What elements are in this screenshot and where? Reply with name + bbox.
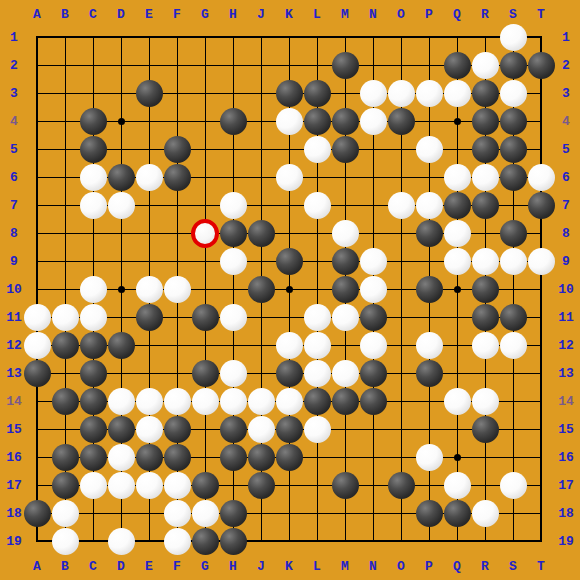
- intersection-B2[interactable]: [51, 51, 79, 79]
- intersection-G12[interactable]: [191, 331, 219, 359]
- intersection-R19[interactable]: [471, 527, 499, 555]
- intersection-F13[interactable]: [163, 359, 191, 387]
- intersection-K15[interactable]: [275, 415, 303, 443]
- intersection-D6[interactable]: [107, 163, 135, 191]
- intersection-T6[interactable]: [527, 163, 555, 191]
- intersection-S1[interactable]: [499, 23, 527, 51]
- intersection-C15[interactable]: [79, 415, 107, 443]
- intersection-F11[interactable]: [163, 303, 191, 331]
- intersection-G19[interactable]: [191, 527, 219, 555]
- intersection-S12[interactable]: [499, 331, 527, 359]
- intersection-F16[interactable]: [163, 443, 191, 471]
- intersection-B3[interactable]: [51, 79, 79, 107]
- intersection-O18[interactable]: [387, 499, 415, 527]
- intersection-M18[interactable]: [331, 499, 359, 527]
- intersection-J4[interactable]: [247, 107, 275, 135]
- intersection-C14[interactable]: [79, 387, 107, 415]
- intersection-F2[interactable]: [163, 51, 191, 79]
- intersection-E5[interactable]: [135, 135, 163, 163]
- intersection-E8[interactable]: [135, 219, 163, 247]
- intersection-E11[interactable]: [135, 303, 163, 331]
- intersection-S15[interactable]: [499, 415, 527, 443]
- intersection-O11[interactable]: [387, 303, 415, 331]
- intersection-D10[interactable]: [107, 275, 135, 303]
- intersection-Q8[interactable]: [443, 219, 471, 247]
- intersection-K11[interactable]: [275, 303, 303, 331]
- intersection-N15[interactable]: [359, 415, 387, 443]
- intersection-J12[interactable]: [247, 331, 275, 359]
- intersection-D9[interactable]: [107, 247, 135, 275]
- intersection-E7[interactable]: [135, 191, 163, 219]
- intersection-M12[interactable]: [331, 331, 359, 359]
- intersection-J16[interactable]: [247, 443, 275, 471]
- intersection-E16[interactable]: [135, 443, 163, 471]
- intersection-G8[interactable]: [191, 219, 219, 247]
- intersection-A19[interactable]: [23, 527, 51, 555]
- intersection-Q5[interactable]: [443, 135, 471, 163]
- intersection-S14[interactable]: [499, 387, 527, 415]
- intersection-P2[interactable]: [415, 51, 443, 79]
- intersection-L15[interactable]: [303, 415, 331, 443]
- intersection-J6[interactable]: [247, 163, 275, 191]
- intersection-O13[interactable]: [387, 359, 415, 387]
- intersection-L18[interactable]: [303, 499, 331, 527]
- intersection-L17[interactable]: [303, 471, 331, 499]
- intersection-J2[interactable]: [247, 51, 275, 79]
- intersection-B9[interactable]: [51, 247, 79, 275]
- intersection-M14[interactable]: [331, 387, 359, 415]
- intersection-H2[interactable]: [219, 51, 247, 79]
- intersection-K2[interactable]: [275, 51, 303, 79]
- intersection-P3[interactable]: [415, 79, 443, 107]
- intersection-E19[interactable]: [135, 527, 163, 555]
- intersection-E14[interactable]: [135, 387, 163, 415]
- intersection-Q9[interactable]: [443, 247, 471, 275]
- intersection-P10[interactable]: [415, 275, 443, 303]
- intersection-K12[interactable]: [275, 331, 303, 359]
- intersection-A11[interactable]: [23, 303, 51, 331]
- intersection-T13[interactable]: [527, 359, 555, 387]
- intersection-G15[interactable]: [191, 415, 219, 443]
- intersection-F1[interactable]: [163, 23, 191, 51]
- intersection-B15[interactable]: [51, 415, 79, 443]
- intersection-B10[interactable]: [51, 275, 79, 303]
- intersection-N7[interactable]: [359, 191, 387, 219]
- intersection-Q16[interactable]: [443, 443, 471, 471]
- intersection-J17[interactable]: [247, 471, 275, 499]
- intersection-F6[interactable]: [163, 163, 191, 191]
- intersection-D17[interactable]: [107, 471, 135, 499]
- intersection-F8[interactable]: [163, 219, 191, 247]
- intersection-E17[interactable]: [135, 471, 163, 499]
- intersection-E15[interactable]: [135, 415, 163, 443]
- intersection-M1[interactable]: [331, 23, 359, 51]
- intersection-C3[interactable]: [79, 79, 107, 107]
- intersection-L13[interactable]: [303, 359, 331, 387]
- intersection-K19[interactable]: [275, 527, 303, 555]
- intersection-H11[interactable]: [219, 303, 247, 331]
- intersection-P7[interactable]: [415, 191, 443, 219]
- intersection-L16[interactable]: [303, 443, 331, 471]
- intersection-T9[interactable]: [527, 247, 555, 275]
- intersection-D3[interactable]: [107, 79, 135, 107]
- intersection-P6[interactable]: [415, 163, 443, 191]
- intersection-S2[interactable]: [499, 51, 527, 79]
- intersection-G2[interactable]: [191, 51, 219, 79]
- intersection-F19[interactable]: [163, 527, 191, 555]
- intersection-Q12[interactable]: [443, 331, 471, 359]
- intersection-R12[interactable]: [471, 331, 499, 359]
- intersection-M6[interactable]: [331, 163, 359, 191]
- intersection-T11[interactable]: [527, 303, 555, 331]
- intersection-A3[interactable]: [23, 79, 51, 107]
- intersection-Q19[interactable]: [443, 527, 471, 555]
- intersection-K9[interactable]: [275, 247, 303, 275]
- intersection-A12[interactable]: [23, 331, 51, 359]
- intersection-S6[interactable]: [499, 163, 527, 191]
- intersection-T2[interactable]: [527, 51, 555, 79]
- intersection-N17[interactable]: [359, 471, 387, 499]
- intersection-B5[interactable]: [51, 135, 79, 163]
- intersection-M3[interactable]: [331, 79, 359, 107]
- intersection-C12[interactable]: [79, 331, 107, 359]
- intersection-J7[interactable]: [247, 191, 275, 219]
- intersection-R5[interactable]: [471, 135, 499, 163]
- intersection-M2[interactable]: [331, 51, 359, 79]
- intersection-D2[interactable]: [107, 51, 135, 79]
- intersection-F15[interactable]: [163, 415, 191, 443]
- intersection-K18[interactable]: [275, 499, 303, 527]
- intersection-J9[interactable]: [247, 247, 275, 275]
- intersection-O8[interactable]: [387, 219, 415, 247]
- intersection-J14[interactable]: [247, 387, 275, 415]
- intersection-T12[interactable]: [527, 331, 555, 359]
- intersection-P15[interactable]: [415, 415, 443, 443]
- intersection-N10[interactable]: [359, 275, 387, 303]
- intersection-A17[interactable]: [23, 471, 51, 499]
- intersection-T10[interactable]: [527, 275, 555, 303]
- intersection-R10[interactable]: [471, 275, 499, 303]
- intersection-O7[interactable]: [387, 191, 415, 219]
- intersection-O2[interactable]: [387, 51, 415, 79]
- intersection-T15[interactable]: [527, 415, 555, 443]
- intersection-F9[interactable]: [163, 247, 191, 275]
- intersection-A15[interactable]: [23, 415, 51, 443]
- intersection-M11[interactable]: [331, 303, 359, 331]
- intersection-G18[interactable]: [191, 499, 219, 527]
- intersection-A5[interactable]: [23, 135, 51, 163]
- intersection-L3[interactable]: [303, 79, 331, 107]
- intersection-H19[interactable]: [219, 527, 247, 555]
- intersection-L4[interactable]: [303, 107, 331, 135]
- intersection-O12[interactable]: [387, 331, 415, 359]
- intersection-L8[interactable]: [303, 219, 331, 247]
- intersection-S17[interactable]: [499, 471, 527, 499]
- intersection-H7[interactable]: [219, 191, 247, 219]
- intersection-E6[interactable]: [135, 163, 163, 191]
- intersection-J18[interactable]: [247, 499, 275, 527]
- intersection-R4[interactable]: [471, 107, 499, 135]
- intersection-B8[interactable]: [51, 219, 79, 247]
- intersection-M4[interactable]: [331, 107, 359, 135]
- intersection-C7[interactable]: [79, 191, 107, 219]
- intersection-O6[interactable]: [387, 163, 415, 191]
- intersection-E9[interactable]: [135, 247, 163, 275]
- intersection-J19[interactable]: [247, 527, 275, 555]
- intersection-R8[interactable]: [471, 219, 499, 247]
- intersection-F17[interactable]: [163, 471, 191, 499]
- intersection-P16[interactable]: [415, 443, 443, 471]
- intersection-J1[interactable]: [247, 23, 275, 51]
- intersection-L9[interactable]: [303, 247, 331, 275]
- intersection-C6[interactable]: [79, 163, 107, 191]
- intersection-H9[interactable]: [219, 247, 247, 275]
- intersection-G17[interactable]: [191, 471, 219, 499]
- intersection-M15[interactable]: [331, 415, 359, 443]
- intersection-K3[interactable]: [275, 79, 303, 107]
- intersection-C2[interactable]: [79, 51, 107, 79]
- intersection-R2[interactable]: [471, 51, 499, 79]
- intersection-F7[interactable]: [163, 191, 191, 219]
- intersection-T8[interactable]: [527, 219, 555, 247]
- intersection-F5[interactable]: [163, 135, 191, 163]
- intersection-J10[interactable]: [247, 275, 275, 303]
- intersection-P8[interactable]: [415, 219, 443, 247]
- intersection-C8[interactable]: [79, 219, 107, 247]
- intersection-A14[interactable]: [23, 387, 51, 415]
- intersection-B14[interactable]: [51, 387, 79, 415]
- intersection-K14[interactable]: [275, 387, 303, 415]
- intersection-R3[interactable]: [471, 79, 499, 107]
- intersection-C9[interactable]: [79, 247, 107, 275]
- intersection-N18[interactable]: [359, 499, 387, 527]
- intersection-Q6[interactable]: [443, 163, 471, 191]
- intersection-B17[interactable]: [51, 471, 79, 499]
- intersection-F12[interactable]: [163, 331, 191, 359]
- intersection-Q14[interactable]: [443, 387, 471, 415]
- intersection-A13[interactable]: [23, 359, 51, 387]
- intersection-Q2[interactable]: [443, 51, 471, 79]
- intersection-J11[interactable]: [247, 303, 275, 331]
- intersection-Q11[interactable]: [443, 303, 471, 331]
- intersection-R7[interactable]: [471, 191, 499, 219]
- intersection-C1[interactable]: [79, 23, 107, 51]
- intersection-S9[interactable]: [499, 247, 527, 275]
- intersection-A6[interactable]: [23, 163, 51, 191]
- intersection-N13[interactable]: [359, 359, 387, 387]
- intersection-L12[interactable]: [303, 331, 331, 359]
- intersection-B12[interactable]: [51, 331, 79, 359]
- intersection-R16[interactable]: [471, 443, 499, 471]
- intersection-R6[interactable]: [471, 163, 499, 191]
- intersection-H1[interactable]: [219, 23, 247, 51]
- intersection-F10[interactable]: [163, 275, 191, 303]
- intersection-C5[interactable]: [79, 135, 107, 163]
- intersection-D19[interactable]: [107, 527, 135, 555]
- intersection-P14[interactable]: [415, 387, 443, 415]
- intersection-D12[interactable]: [107, 331, 135, 359]
- intersection-M5[interactable]: [331, 135, 359, 163]
- intersection-O4[interactable]: [387, 107, 415, 135]
- intersection-S16[interactable]: [499, 443, 527, 471]
- intersection-K5[interactable]: [275, 135, 303, 163]
- intersection-R14[interactable]: [471, 387, 499, 415]
- intersection-P19[interactable]: [415, 527, 443, 555]
- intersection-N9[interactable]: [359, 247, 387, 275]
- intersection-K10[interactable]: [275, 275, 303, 303]
- intersection-S19[interactable]: [499, 527, 527, 555]
- intersection-K17[interactable]: [275, 471, 303, 499]
- intersection-T3[interactable]: [527, 79, 555, 107]
- intersection-H13[interactable]: [219, 359, 247, 387]
- intersection-H10[interactable]: [219, 275, 247, 303]
- intersection-J5[interactable]: [247, 135, 275, 163]
- intersection-A8[interactable]: [23, 219, 51, 247]
- intersection-G6[interactable]: [191, 163, 219, 191]
- intersection-O1[interactable]: [387, 23, 415, 51]
- intersection-G3[interactable]: [191, 79, 219, 107]
- intersection-B11[interactable]: [51, 303, 79, 331]
- intersection-D13[interactable]: [107, 359, 135, 387]
- intersection-D1[interactable]: [107, 23, 135, 51]
- intersection-N3[interactable]: [359, 79, 387, 107]
- intersection-B18[interactable]: [51, 499, 79, 527]
- intersection-E2[interactable]: [135, 51, 163, 79]
- intersection-S5[interactable]: [499, 135, 527, 163]
- intersection-P17[interactable]: [415, 471, 443, 499]
- intersection-K8[interactable]: [275, 219, 303, 247]
- intersection-G14[interactable]: [191, 387, 219, 415]
- intersection-G5[interactable]: [191, 135, 219, 163]
- intersection-P1[interactable]: [415, 23, 443, 51]
- intersection-T17[interactable]: [527, 471, 555, 499]
- intersection-Q18[interactable]: [443, 499, 471, 527]
- intersection-A18[interactable]: [23, 499, 51, 527]
- intersection-F4[interactable]: [163, 107, 191, 135]
- intersection-A16[interactable]: [23, 443, 51, 471]
- intersection-H6[interactable]: [219, 163, 247, 191]
- intersection-N4[interactable]: [359, 107, 387, 135]
- intersection-G16[interactable]: [191, 443, 219, 471]
- intersection-B4[interactable]: [51, 107, 79, 135]
- intersection-F18[interactable]: [163, 499, 191, 527]
- intersection-L7[interactable]: [303, 191, 331, 219]
- intersection-Q17[interactable]: [443, 471, 471, 499]
- intersection-O19[interactable]: [387, 527, 415, 555]
- intersection-T16[interactable]: [527, 443, 555, 471]
- intersection-A9[interactable]: [23, 247, 51, 275]
- intersection-T4[interactable]: [527, 107, 555, 135]
- intersection-T5[interactable]: [527, 135, 555, 163]
- intersection-D16[interactable]: [107, 443, 135, 471]
- intersection-L5[interactable]: [303, 135, 331, 163]
- intersection-B6[interactable]: [51, 163, 79, 191]
- intersection-D5[interactable]: [107, 135, 135, 163]
- intersection-N8[interactable]: [359, 219, 387, 247]
- intersection-S18[interactable]: [499, 499, 527, 527]
- intersection-S4[interactable]: [499, 107, 527, 135]
- intersection-J13[interactable]: [247, 359, 275, 387]
- intersection-N5[interactable]: [359, 135, 387, 163]
- intersection-M13[interactable]: [331, 359, 359, 387]
- intersection-N11[interactable]: [359, 303, 387, 331]
- intersection-P4[interactable]: [415, 107, 443, 135]
- intersection-B7[interactable]: [51, 191, 79, 219]
- intersection-Q3[interactable]: [443, 79, 471, 107]
- intersection-S13[interactable]: [499, 359, 527, 387]
- intersection-H4[interactable]: [219, 107, 247, 135]
- intersection-M17[interactable]: [331, 471, 359, 499]
- intersection-T19[interactable]: [527, 527, 555, 555]
- intersection-B19[interactable]: [51, 527, 79, 555]
- intersection-J8[interactable]: [247, 219, 275, 247]
- intersection-D11[interactable]: [107, 303, 135, 331]
- intersection-E10[interactable]: [135, 275, 163, 303]
- intersection-Q10[interactable]: [443, 275, 471, 303]
- intersection-N12[interactable]: [359, 331, 387, 359]
- intersection-K1[interactable]: [275, 23, 303, 51]
- intersection-P11[interactable]: [415, 303, 443, 331]
- intersection-T14[interactable]: [527, 387, 555, 415]
- intersection-R18[interactable]: [471, 499, 499, 527]
- intersection-O5[interactable]: [387, 135, 415, 163]
- intersection-H5[interactable]: [219, 135, 247, 163]
- intersection-S8[interactable]: [499, 219, 527, 247]
- intersection-L6[interactable]: [303, 163, 331, 191]
- intersection-S3[interactable]: [499, 79, 527, 107]
- intersection-S10[interactable]: [499, 275, 527, 303]
- intersection-F3[interactable]: [163, 79, 191, 107]
- intersection-O14[interactable]: [387, 387, 415, 415]
- intersection-O16[interactable]: [387, 443, 415, 471]
- intersection-G1[interactable]: [191, 23, 219, 51]
- intersection-Q1[interactable]: [443, 23, 471, 51]
- intersection-H14[interactable]: [219, 387, 247, 415]
- intersection-P13[interactable]: [415, 359, 443, 387]
- intersection-A10[interactable]: [23, 275, 51, 303]
- intersection-O10[interactable]: [387, 275, 415, 303]
- intersection-R1[interactable]: [471, 23, 499, 51]
- intersection-R17[interactable]: [471, 471, 499, 499]
- intersection-K6[interactable]: [275, 163, 303, 191]
- intersection-Q15[interactable]: [443, 415, 471, 443]
- intersection-A2[interactable]: [23, 51, 51, 79]
- intersection-S11[interactable]: [499, 303, 527, 331]
- intersection-C11[interactable]: [79, 303, 107, 331]
- intersection-A1[interactable]: [23, 23, 51, 51]
- intersection-G9[interactable]: [191, 247, 219, 275]
- intersection-H8[interactable]: [219, 219, 247, 247]
- intersection-H16[interactable]: [219, 443, 247, 471]
- intersection-B13[interactable]: [51, 359, 79, 387]
- intersection-M10[interactable]: [331, 275, 359, 303]
- intersection-M19[interactable]: [331, 527, 359, 555]
- intersection-T7[interactable]: [527, 191, 555, 219]
- intersection-C18[interactable]: [79, 499, 107, 527]
- intersection-C4[interactable]: [79, 107, 107, 135]
- intersection-T18[interactable]: [527, 499, 555, 527]
- intersection-A7[interactable]: [23, 191, 51, 219]
- intersection-O17[interactable]: [387, 471, 415, 499]
- intersection-E4[interactable]: [135, 107, 163, 135]
- intersection-N19[interactable]: [359, 527, 387, 555]
- intersection-L19[interactable]: [303, 527, 331, 555]
- intersection-H18[interactable]: [219, 499, 247, 527]
- intersection-O15[interactable]: [387, 415, 415, 443]
- intersection-L2[interactable]: [303, 51, 331, 79]
- intersection-F14[interactable]: [163, 387, 191, 415]
- intersection-H3[interactable]: [219, 79, 247, 107]
